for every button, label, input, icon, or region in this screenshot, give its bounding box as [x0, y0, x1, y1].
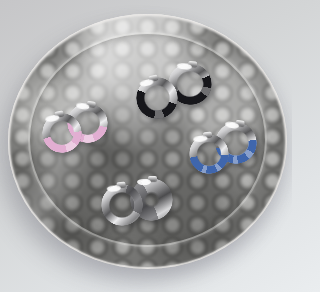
- black-hoop-left: [132, 73, 182, 123]
- jewelry-tray-photo: [0, 0, 292, 292]
- earring-pair-plain-silver: [101, 178, 173, 230]
- earring-pair-black-enamel: [134, 63, 212, 121]
- pink-hoop-left: [39, 110, 85, 156]
- hoop-enamel-sheen: [132, 73, 182, 123]
- silver-hoop-left: [100, 183, 145, 228]
- earring-pair-pink-enamel: [42, 103, 108, 159]
- earring-pair-blue-glitter: [189, 122, 257, 178]
- blue-hoop-left: [187, 132, 231, 176]
